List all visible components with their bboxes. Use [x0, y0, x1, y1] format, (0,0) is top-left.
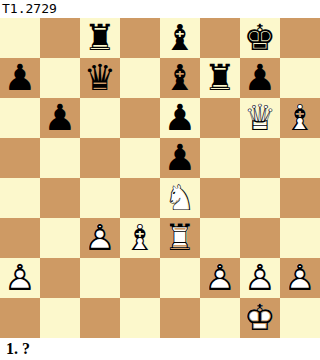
square-b4[interactable]	[40, 178, 80, 218]
square-c6[interactable]	[80, 98, 120, 138]
piece-outline: ♙	[200, 258, 240, 298]
white-king: ♚♔	[240, 298, 280, 338]
square-b6[interactable]: ♟︎	[40, 98, 80, 138]
white-pawn: ♟︎♙	[80, 218, 120, 258]
square-d6[interactable]	[120, 98, 160, 138]
square-h7[interactable]	[280, 58, 320, 98]
white-pawn: ♟︎♙	[240, 258, 280, 298]
piece-outline: ♙	[280, 258, 320, 298]
square-g4[interactable]	[240, 178, 280, 218]
white-pawn: ♟︎♙	[280, 258, 320, 298]
square-g1[interactable]: ♚♔	[240, 298, 280, 338]
white-knight: ♞♘	[160, 178, 200, 218]
square-f5[interactable]	[200, 138, 240, 178]
square-h4[interactable]	[280, 178, 320, 218]
square-h1[interactable]	[280, 298, 320, 338]
square-d1[interactable]	[120, 298, 160, 338]
square-d5[interactable]	[120, 138, 160, 178]
square-c1[interactable]	[80, 298, 120, 338]
piece-outline: ♗	[280, 98, 320, 138]
square-e1[interactable]	[160, 298, 200, 338]
piece-outline: ♙	[240, 258, 280, 298]
square-d7[interactable]	[120, 58, 160, 98]
black-pawn: ♟︎	[240, 58, 280, 98]
black-rook: ♜	[200, 58, 240, 98]
square-g2[interactable]: ♟︎♙	[240, 258, 280, 298]
piece-outline: ♙	[80, 218, 120, 258]
square-h6[interactable]: ♝♗	[280, 98, 320, 138]
square-b1[interactable]	[40, 298, 80, 338]
square-e7[interactable]: ♝	[160, 58, 200, 98]
piece-outline: ♙	[0, 258, 40, 298]
square-d2[interactable]	[120, 258, 160, 298]
square-e4[interactable]: ♞♘	[160, 178, 200, 218]
square-e2[interactable]	[160, 258, 200, 298]
black-pawn: ♟︎	[160, 98, 200, 138]
black-pawn: ♟︎	[160, 138, 200, 178]
square-e3[interactable]: ♜♖	[160, 218, 200, 258]
piece-outline: ♕	[240, 98, 280, 138]
white-rook: ♜♖	[160, 218, 200, 258]
piece-outline: ♖	[160, 218, 200, 258]
square-e8[interactable]: ♝	[160, 18, 200, 58]
square-c2[interactable]	[80, 258, 120, 298]
square-g3[interactable]	[240, 218, 280, 258]
square-b8[interactable]	[40, 18, 80, 58]
square-a8[interactable]	[0, 18, 40, 58]
white-queen: ♛♕	[240, 98, 280, 138]
square-c4[interactable]	[80, 178, 120, 218]
piece-outline: ♗	[120, 218, 160, 258]
square-h2[interactable]: ♟︎♙	[280, 258, 320, 298]
square-a3[interactable]	[0, 218, 40, 258]
square-c3[interactable]: ♟︎♙	[80, 218, 120, 258]
square-d8[interactable]	[120, 18, 160, 58]
square-a4[interactable]	[0, 178, 40, 218]
page: T1.2729 ♜♝♚♟︎♛♝♜♟︎♟︎♟︎♛♕♝♗♟︎♞♘♟︎♙♝♗♜♖♟︎♙…	[0, 0, 320, 360]
black-pawn: ♟︎	[0, 58, 40, 98]
chess-board: ♜♝♚♟︎♛♝♜♟︎♟︎♟︎♛♕♝♗♟︎♞♘♟︎♙♝♗♜♖♟︎♙♟︎♙♟︎♙♟︎…	[0, 18, 320, 338]
square-f8[interactable]	[200, 18, 240, 58]
black-pawn: ♟︎	[40, 98, 80, 138]
square-g5[interactable]	[240, 138, 280, 178]
square-d3[interactable]: ♝♗	[120, 218, 160, 258]
square-f1[interactable]	[200, 298, 240, 338]
square-c5[interactable]	[80, 138, 120, 178]
square-f7[interactable]: ♜	[200, 58, 240, 98]
square-b2[interactable]	[40, 258, 80, 298]
square-a7[interactable]: ♟︎	[0, 58, 40, 98]
square-f3[interactable]	[200, 218, 240, 258]
square-b3[interactable]	[40, 218, 80, 258]
square-d4[interactable]	[120, 178, 160, 218]
white-bishop: ♝♗	[280, 98, 320, 138]
square-f4[interactable]	[200, 178, 240, 218]
white-bishop: ♝♗	[120, 218, 160, 258]
square-h5[interactable]	[280, 138, 320, 178]
square-e6[interactable]: ♟︎	[160, 98, 200, 138]
square-h8[interactable]	[280, 18, 320, 58]
puzzle-id: T1.2729	[0, 0, 320, 18]
square-g6[interactable]: ♛♕	[240, 98, 280, 138]
white-pawn: ♟︎♙	[0, 258, 40, 298]
square-c8[interactable]: ♜	[80, 18, 120, 58]
square-h3[interactable]	[280, 218, 320, 258]
move-prompt: 1. ?	[0, 338, 320, 360]
square-f6[interactable]	[200, 98, 240, 138]
black-bishop: ♝	[160, 58, 200, 98]
black-king: ♚	[240, 18, 280, 58]
black-queen: ♛	[80, 58, 120, 98]
piece-outline: ♔	[240, 298, 280, 338]
black-bishop: ♝	[160, 18, 200, 58]
square-g8[interactable]: ♚	[240, 18, 280, 58]
square-a1[interactable]	[0, 298, 40, 338]
white-pawn: ♟︎♙	[200, 258, 240, 298]
square-e5[interactable]: ♟︎	[160, 138, 200, 178]
square-a2[interactable]: ♟︎♙	[0, 258, 40, 298]
square-g7[interactable]: ♟︎	[240, 58, 280, 98]
square-b5[interactable]	[40, 138, 80, 178]
square-b7[interactable]	[40, 58, 80, 98]
square-a5[interactable]	[0, 138, 40, 178]
piece-outline: ♘	[160, 178, 200, 218]
square-c7[interactable]: ♛	[80, 58, 120, 98]
black-rook: ♜	[80, 18, 120, 58]
square-f2[interactable]: ♟︎♙	[200, 258, 240, 298]
square-a6[interactable]	[0, 98, 40, 138]
